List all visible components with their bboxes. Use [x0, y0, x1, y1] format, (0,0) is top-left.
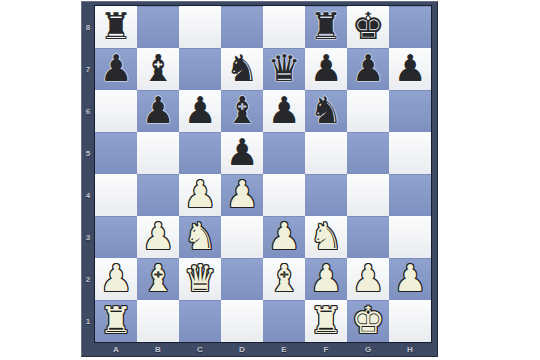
square-a1[interactable]: ♜	[95, 300, 137, 342]
black-knight[interactable]: ♞	[225, 50, 258, 87]
square-h4[interactable]	[389, 174, 431, 216]
black-pawn[interactable]: ♟	[225, 134, 258, 171]
white-rook[interactable]: ♜	[99, 302, 132, 339]
white-pawn[interactable]: ♟	[225, 176, 258, 213]
square-h7[interactable]: ♟	[389, 48, 431, 90]
rank-label-8: 8	[81, 6, 95, 48]
square-h8[interactable]	[389, 6, 431, 48]
rank-label-3: 3	[81, 216, 95, 258]
square-b2[interactable]: ♝	[137, 258, 179, 300]
file-label-f: F	[305, 342, 347, 357]
square-d5[interactable]: ♟	[221, 132, 263, 174]
rank-label-1: 1	[81, 300, 95, 342]
square-e4[interactable]	[263, 174, 305, 216]
square-c8[interactable]	[179, 6, 221, 48]
black-pawn[interactable]: ♟	[309, 50, 342, 87]
square-a8[interactable]: ♜	[95, 6, 137, 48]
square-h1[interactable]	[389, 300, 431, 342]
square-e1[interactable]	[263, 300, 305, 342]
chess-board-frame: 87654321 ♜♜♚♟♝♞♛♟♟♟♟♟♝♟♞♟♟♟♟♞♟♞♟♝♛♝♟♟♟♜♜…	[81, 1, 438, 357]
square-a3[interactable]	[95, 216, 137, 258]
square-f6[interactable]: ♞	[305, 90, 347, 132]
white-king[interactable]: ♚	[351, 302, 384, 339]
square-c6[interactable]: ♟	[179, 90, 221, 132]
square-e6[interactable]: ♟	[263, 90, 305, 132]
white-pawn[interactable]: ♟	[309, 260, 342, 297]
black-king[interactable]: ♚	[351, 8, 384, 45]
file-labels: ABCDEFGH	[95, 342, 431, 357]
white-knight[interactable]: ♞	[183, 218, 216, 255]
square-d1[interactable]	[221, 300, 263, 342]
square-c5[interactable]	[179, 132, 221, 174]
square-f4[interactable]	[305, 174, 347, 216]
square-b8[interactable]	[137, 6, 179, 48]
square-f7[interactable]: ♟	[305, 48, 347, 90]
square-e8[interactable]	[263, 6, 305, 48]
square-b6[interactable]: ♟	[137, 90, 179, 132]
square-a4[interactable]	[95, 174, 137, 216]
square-g5[interactable]	[347, 132, 389, 174]
white-pawn[interactable]: ♟	[393, 260, 426, 297]
square-g8[interactable]: ♚	[347, 6, 389, 48]
square-d2[interactable]	[221, 258, 263, 300]
square-e5[interactable]	[263, 132, 305, 174]
file-label-e: E	[263, 342, 305, 357]
rank-labels: 87654321	[81, 6, 95, 342]
file-label-c: C	[179, 342, 221, 357]
white-rook[interactable]: ♜	[309, 302, 342, 339]
square-h5[interactable]	[389, 132, 431, 174]
square-f1[interactable]: ♜	[305, 300, 347, 342]
square-a6[interactable]	[95, 90, 137, 132]
square-f5[interactable]	[305, 132, 347, 174]
white-bishop[interactable]: ♝	[267, 260, 300, 297]
square-f8[interactable]: ♜	[305, 6, 347, 48]
square-a2[interactable]: ♟	[95, 258, 137, 300]
file-label-g: G	[347, 342, 389, 357]
black-rook[interactable]: ♜	[99, 8, 132, 45]
square-d4[interactable]: ♟	[221, 174, 263, 216]
square-h3[interactable]	[389, 216, 431, 258]
file-label-h: H	[389, 342, 431, 357]
square-c7[interactable]	[179, 48, 221, 90]
square-g3[interactable]	[347, 216, 389, 258]
white-knight[interactable]: ♞	[309, 218, 342, 255]
square-d7[interactable]: ♞	[221, 48, 263, 90]
square-h6[interactable]	[389, 90, 431, 132]
rank-label-7: 7	[81, 48, 95, 90]
square-b3[interactable]: ♟	[137, 216, 179, 258]
file-label-a: A	[95, 342, 137, 357]
rank-label-5: 5	[81, 132, 95, 174]
square-c2[interactable]: ♛	[179, 258, 221, 300]
square-b5[interactable]	[137, 132, 179, 174]
square-g7[interactable]: ♟	[347, 48, 389, 90]
black-queen[interactable]: ♛	[267, 50, 300, 87]
square-b1[interactable]	[137, 300, 179, 342]
square-c4[interactable]: ♟	[179, 174, 221, 216]
white-pawn[interactable]: ♟	[183, 176, 216, 213]
square-e2[interactable]: ♝	[263, 258, 305, 300]
black-pawn[interactable]: ♟	[393, 50, 426, 87]
file-label-b: B	[137, 342, 179, 357]
black-knight[interactable]: ♞	[309, 92, 342, 129]
white-bishop[interactable]: ♝	[141, 260, 174, 297]
black-pawn[interactable]: ♟	[99, 50, 132, 87]
square-a5[interactable]	[95, 132, 137, 174]
square-b7[interactable]: ♝	[137, 48, 179, 90]
rank-label-4: 4	[81, 174, 95, 216]
white-pawn[interactable]: ♟	[141, 218, 174, 255]
square-g2[interactable]: ♟	[347, 258, 389, 300]
square-d8[interactable]	[221, 6, 263, 48]
black-pawn[interactable]: ♟	[183, 92, 216, 129]
file-label-d: D	[221, 342, 263, 357]
white-pawn[interactable]: ♟	[351, 260, 384, 297]
black-pawn[interactable]: ♟	[267, 92, 300, 129]
square-a7[interactable]: ♟	[95, 48, 137, 90]
white-pawn[interactable]: ♟	[267, 218, 300, 255]
square-e3[interactable]: ♟	[263, 216, 305, 258]
square-g1[interactable]: ♚	[347, 300, 389, 342]
white-queen[interactable]: ♛	[183, 260, 216, 297]
square-e7[interactable]: ♛	[263, 48, 305, 90]
square-f3[interactable]: ♞	[305, 216, 347, 258]
white-pawn[interactable]: ♟	[99, 260, 132, 297]
square-g4[interactable]	[347, 174, 389, 216]
chess-board: ♜♜♚♟♝♞♛♟♟♟♟♟♝♟♞♟♟♟♟♞♟♞♟♝♛♝♟♟♟♜♜♚	[95, 6, 431, 342]
rank-label-2: 2	[81, 258, 95, 300]
rank-label-6: 6	[81, 90, 95, 132]
square-c3[interactable]: ♞	[179, 216, 221, 258]
black-bishop[interactable]: ♝	[225, 92, 258, 129]
square-b4[interactable]	[137, 174, 179, 216]
black-rook[interactable]: ♜	[309, 8, 342, 45]
square-f2[interactable]: ♟	[305, 258, 347, 300]
black-bishop[interactable]: ♝	[141, 50, 174, 87]
black-pawn[interactable]: ♟	[141, 92, 174, 129]
square-d6[interactable]: ♝	[221, 90, 263, 132]
black-pawn[interactable]: ♟	[351, 50, 384, 87]
square-h2[interactable]: ♟	[389, 258, 431, 300]
square-g6[interactable]	[347, 90, 389, 132]
square-d3[interactable]	[221, 216, 263, 258]
square-c1[interactable]	[179, 300, 221, 342]
